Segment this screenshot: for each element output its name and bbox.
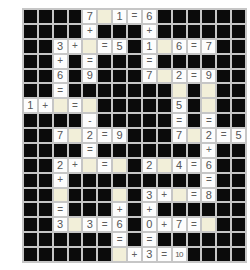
empty-cell-r10c4[interactable] xyxy=(83,159,96,172)
given-cell-r2c10: 6 xyxy=(173,40,186,53)
black-cell-r6c14 xyxy=(232,99,245,112)
black-cell-r14c0 xyxy=(24,218,37,231)
black-cell-r9c8 xyxy=(143,144,156,157)
black-cell-r5c3 xyxy=(69,84,82,97)
black-cell-r14c14 xyxy=(232,218,245,231)
given-cell-r2c5: = xyxy=(98,40,111,53)
black-cell-r16c3 xyxy=(69,248,82,261)
black-cell-r12c13 xyxy=(217,189,230,202)
black-cell-r14c7 xyxy=(128,218,141,231)
given-cell-r10c11: = xyxy=(188,159,201,172)
black-cell-r13c3 xyxy=(69,203,82,216)
black-cell-r9c14 xyxy=(232,144,245,157)
empty-cell-r2c4[interactable] xyxy=(83,40,96,53)
black-cell-r4c14 xyxy=(232,70,245,83)
black-cell-r14c13 xyxy=(217,218,230,231)
given-cell-r8c5: = xyxy=(98,129,111,142)
black-cell-r9c6 xyxy=(113,144,126,157)
black-cell-r8c8 xyxy=(143,129,156,142)
black-cell-r0c11 xyxy=(188,10,201,23)
given-cell-r14c2: 3 xyxy=(54,218,67,231)
black-cell-r9c11 xyxy=(188,144,201,157)
given-cell-r10c2: 2 xyxy=(54,159,67,172)
black-cell-r15c2 xyxy=(54,233,67,246)
given-cell-r16c7: + xyxy=(128,248,141,261)
empty-cell-r2c9[interactable] xyxy=(158,40,171,53)
given-cell-r4c11: = xyxy=(188,70,201,83)
black-cell-r12c7 xyxy=(128,189,141,202)
black-cell-r11c7 xyxy=(128,174,141,187)
empty-cell-r12c2[interactable] xyxy=(54,189,67,202)
black-cell-r16c12 xyxy=(202,248,215,261)
given-cell-r0c8: 6 xyxy=(143,10,156,23)
given-cell-r14c9: + xyxy=(158,218,171,231)
black-cell-r3c1 xyxy=(39,55,52,68)
black-cell-r7c0 xyxy=(24,114,37,127)
black-cell-r0c2 xyxy=(54,10,67,23)
black-cell-r5c7 xyxy=(128,84,141,97)
black-cell-r9c13 xyxy=(217,144,230,157)
given-cell-r2c11: = xyxy=(188,40,201,53)
black-cell-r12c5 xyxy=(98,189,111,202)
black-cell-r13c12 xyxy=(202,203,215,216)
given-cell-r14c4: 3 xyxy=(83,218,96,231)
given-cell-r10c10: 4 xyxy=(173,159,186,172)
black-cell-r11c0 xyxy=(24,174,37,187)
given-cell-r8c6: 9 xyxy=(113,129,126,142)
black-cell-r11c4 xyxy=(83,174,96,187)
black-cell-r12c4 xyxy=(83,189,96,202)
given-cell-r12c9: + xyxy=(158,189,171,202)
black-cell-r6c5 xyxy=(98,99,111,112)
black-cell-r15c1 xyxy=(39,233,52,246)
black-cell-r15c3 xyxy=(69,233,82,246)
black-cell-r15c9 xyxy=(158,233,171,246)
black-cell-r10c7 xyxy=(128,159,141,172)
black-cell-r11c14 xyxy=(232,174,245,187)
black-cell-r15c11 xyxy=(188,233,201,246)
black-cell-r5c11 xyxy=(188,84,201,97)
given-cell-r3c4: = xyxy=(83,55,96,68)
black-cell-r3c3 xyxy=(69,55,82,68)
black-cell-r7c14 xyxy=(232,114,245,127)
black-cell-r15c12 xyxy=(202,233,215,246)
black-cell-r5c0 xyxy=(24,84,37,97)
black-cell-r7c6 xyxy=(113,114,126,127)
black-cell-r16c11 xyxy=(188,248,201,261)
black-cell-r16c2 xyxy=(54,248,67,261)
black-cell-r15c10 xyxy=(173,233,186,246)
black-cell-r14c1 xyxy=(39,218,52,231)
black-cell-r7c5 xyxy=(98,114,111,127)
given-cell-r2c3: + xyxy=(69,40,82,53)
black-cell-r1c13 xyxy=(217,25,230,38)
given-cell-r3c2: + xyxy=(54,55,67,68)
black-cell-r5c6 xyxy=(113,84,126,97)
black-cell-r11c10 xyxy=(173,174,186,187)
black-cell-r13c11 xyxy=(188,203,201,216)
puzzle-page: 71=6++3+=516=7+==6972=9=1+=5-==72=972=5=… xyxy=(0,0,250,270)
black-cell-r7c13 xyxy=(217,114,230,127)
black-cell-r4c13 xyxy=(217,70,230,83)
black-cell-r12c0 xyxy=(24,189,37,202)
black-cell-r0c1 xyxy=(39,10,52,23)
empty-cell-r16c6[interactable] xyxy=(113,248,126,261)
black-cell-r16c0 xyxy=(24,248,37,261)
given-cell-r2c2: 3 xyxy=(54,40,67,53)
black-cell-r8c0 xyxy=(24,129,37,142)
given-cell-r8c10: 7 xyxy=(173,129,186,142)
black-cell-r6c11 xyxy=(188,99,201,112)
puzzle-grid: 71=6++3+=516=7+==6972=9=1+=5-==72=972=5=… xyxy=(22,8,247,263)
given-cell-r9c4: = xyxy=(83,144,96,157)
empty-cell-r14c12[interactable] xyxy=(202,218,215,231)
black-cell-r7c3 xyxy=(69,114,82,127)
black-cell-r4c7 xyxy=(128,70,141,83)
black-cell-r9c5 xyxy=(98,144,111,157)
black-cell-r0c12 xyxy=(202,10,215,23)
black-cell-r3c14 xyxy=(232,55,245,68)
given-cell-r11c12: = xyxy=(202,174,215,187)
given-cell-r12c8: 3 xyxy=(143,189,156,202)
black-cell-r8c9 xyxy=(158,129,171,142)
black-cell-r16c13 xyxy=(217,248,230,261)
given-cell-r16c10: 10 xyxy=(173,248,186,261)
black-cell-r1c10 xyxy=(173,25,186,38)
given-cell-r14c5: = xyxy=(98,218,111,231)
black-cell-r0c3 xyxy=(69,10,82,23)
given-cell-r10c8: 2 xyxy=(143,159,156,172)
black-cell-r4c0 xyxy=(24,70,37,83)
given-cell-r1c4: + xyxy=(83,25,96,38)
black-cell-r10c0 xyxy=(24,159,37,172)
given-cell-r13c6: + xyxy=(113,203,126,216)
black-cell-r8c7 xyxy=(128,129,141,142)
given-cell-r0c7: = xyxy=(128,10,141,23)
black-cell-r3c13 xyxy=(217,55,230,68)
given-cell-r10c12: 6 xyxy=(202,159,215,172)
black-cell-r2c0 xyxy=(24,40,37,53)
given-cell-r9c12: + xyxy=(202,144,215,157)
black-cell-r10c13 xyxy=(217,159,230,172)
black-cell-r5c14 xyxy=(232,84,245,97)
given-cell-r6c0: 1 xyxy=(24,99,37,112)
black-cell-r9c2 xyxy=(54,144,67,157)
empty-cell-r6c12[interactable] xyxy=(202,99,215,112)
empty-cell-r4c9[interactable] xyxy=(158,70,171,83)
black-cell-r5c4 xyxy=(83,84,96,97)
black-cell-r11c5 xyxy=(98,174,111,187)
black-cell-r15c7 xyxy=(128,233,141,246)
given-cell-r13c8: + xyxy=(143,203,156,216)
black-cell-r9c0 xyxy=(24,144,37,157)
black-cell-r2c1 xyxy=(39,40,52,53)
empty-cell-r10c6[interactable] xyxy=(113,159,126,172)
black-cell-r12c3 xyxy=(69,189,82,202)
black-cell-r7c9 xyxy=(158,114,171,127)
black-cell-r6c6 xyxy=(113,99,126,112)
given-cell-r2c8: 1 xyxy=(143,40,156,53)
given-cell-r6c1: + xyxy=(39,99,52,112)
black-cell-r9c9 xyxy=(158,144,171,157)
black-cell-r15c0 xyxy=(24,233,37,246)
given-cell-r16c8: 3 xyxy=(143,248,156,261)
black-cell-r7c7 xyxy=(128,114,141,127)
given-cell-r4c2: 6 xyxy=(54,70,67,83)
given-cell-r15c8: = xyxy=(143,233,156,246)
black-cell-r5c8 xyxy=(143,84,156,97)
given-cell-r14c10: 7 xyxy=(173,218,186,231)
black-cell-r13c4 xyxy=(83,203,96,216)
black-cell-r10c1 xyxy=(39,159,52,172)
given-cell-r14c11: = xyxy=(188,218,201,231)
given-cell-r7c12: = xyxy=(202,114,215,127)
black-cell-r2c7 xyxy=(128,40,141,53)
given-cell-r0c6: 1 xyxy=(113,10,126,23)
empty-cell-r6c2[interactable] xyxy=(54,99,67,112)
black-cell-r13c1 xyxy=(39,203,52,216)
black-cell-r11c6 xyxy=(113,174,126,187)
black-cell-r1c9 xyxy=(158,25,171,38)
black-cell-r15c14 xyxy=(232,233,245,246)
given-cell-r3c8: = xyxy=(143,55,156,68)
black-cell-r16c14 xyxy=(232,248,245,261)
given-cell-r12c11: = xyxy=(188,189,201,202)
black-cell-r5c1 xyxy=(39,84,52,97)
black-cell-r1c11 xyxy=(188,25,201,38)
black-cell-r1c2 xyxy=(54,25,67,38)
black-cell-r10c14 xyxy=(232,159,245,172)
given-cell-r6c3: = xyxy=(69,99,82,112)
black-cell-r1c1 xyxy=(39,25,52,38)
black-cell-r1c0 xyxy=(24,25,37,38)
empty-cell-r10c9[interactable] xyxy=(158,159,171,172)
black-cell-r4c3 xyxy=(69,70,82,83)
given-cell-r5c2: = xyxy=(54,84,67,97)
given-cell-r0c4: 7 xyxy=(83,10,96,23)
black-cell-r5c9 xyxy=(158,84,171,97)
black-cell-r12c14 xyxy=(232,189,245,202)
black-cell-r3c0 xyxy=(24,55,37,68)
black-cell-r12c1 xyxy=(39,189,52,202)
black-cell-r7c11 xyxy=(188,114,201,127)
black-cell-r11c13 xyxy=(217,174,230,187)
empty-cell-r12c6[interactable] xyxy=(113,189,126,202)
empty-cell-r8c11[interactable] xyxy=(188,129,201,142)
given-cell-r14c8: 0 xyxy=(143,218,156,231)
given-cell-r15c6: = xyxy=(113,233,126,246)
given-cell-r8c4: 2 xyxy=(83,129,96,142)
black-cell-r11c1 xyxy=(39,174,52,187)
given-cell-r8c13: = xyxy=(217,129,230,142)
black-cell-r3c5 xyxy=(98,55,111,68)
black-cell-r1c6 xyxy=(113,25,126,38)
given-cell-r7c10: = xyxy=(173,114,186,127)
black-cell-r16c5 xyxy=(98,248,111,261)
black-cell-r15c4 xyxy=(83,233,96,246)
black-cell-r3c6 xyxy=(113,55,126,68)
black-cell-r0c13 xyxy=(217,10,230,23)
black-cell-r3c7 xyxy=(128,55,141,68)
black-cell-r5c13 xyxy=(217,84,230,97)
black-cell-r1c7 xyxy=(128,25,141,38)
empty-cell-r5c12[interactable] xyxy=(202,84,215,97)
given-cell-r2c12: 7 xyxy=(202,40,215,53)
given-cell-r4c8: 7 xyxy=(143,70,156,83)
black-cell-r13c0 xyxy=(24,203,37,216)
empty-cell-r14c3[interactable] xyxy=(69,218,82,231)
black-cell-r9c3 xyxy=(69,144,82,157)
given-cell-r8c14: 5 xyxy=(232,129,245,142)
black-cell-r4c6 xyxy=(113,70,126,83)
black-cell-r7c1 xyxy=(39,114,52,127)
given-cell-r12c12: 8 xyxy=(202,189,215,202)
black-cell-r0c9 xyxy=(158,10,171,23)
given-cell-r10c5: = xyxy=(98,159,111,172)
empty-cell-r8c3[interactable] xyxy=(69,129,82,142)
given-cell-r8c12: 2 xyxy=(202,129,215,142)
black-cell-r16c4 xyxy=(83,248,96,261)
given-cell-r1c8: + xyxy=(143,25,156,38)
black-cell-r13c9 xyxy=(158,203,171,216)
given-cell-r13c2: = xyxy=(54,203,67,216)
given-cell-r16c9: = xyxy=(158,248,171,261)
black-cell-r8c1 xyxy=(39,129,52,142)
given-cell-r4c12: 9 xyxy=(202,70,215,83)
given-cell-r4c4: 9 xyxy=(83,70,96,83)
black-cell-r3c10 xyxy=(173,55,186,68)
black-cell-r0c10 xyxy=(173,10,186,23)
black-cell-r15c5 xyxy=(98,233,111,246)
black-cell-r0c14 xyxy=(232,10,245,23)
black-cell-r13c13 xyxy=(217,203,230,216)
black-cell-r1c5 xyxy=(98,25,111,38)
black-cell-r1c3 xyxy=(69,25,82,38)
black-cell-r9c7 xyxy=(128,144,141,157)
given-cell-r4c10: 2 xyxy=(173,70,186,83)
black-cell-r2c14 xyxy=(232,40,245,53)
black-cell-r5c5 xyxy=(98,84,111,97)
empty-cell-r0c5[interactable] xyxy=(98,10,111,23)
black-cell-r3c12 xyxy=(202,55,215,68)
empty-cell-r12c10[interactable] xyxy=(173,189,186,202)
black-cell-r1c14 xyxy=(232,25,245,38)
given-cell-r7c4: - xyxy=(83,114,96,127)
given-cell-r10c3: + xyxy=(69,159,82,172)
black-cell-r11c8 xyxy=(143,174,156,187)
given-cell-r2c6: 5 xyxy=(113,40,126,53)
black-cell-r4c5 xyxy=(98,70,111,83)
black-cell-r9c1 xyxy=(39,144,52,157)
black-cell-r13c7 xyxy=(128,203,141,216)
black-cell-r1c12 xyxy=(202,25,215,38)
black-cell-r16c1 xyxy=(39,248,52,261)
empty-cell-r6c4[interactable] xyxy=(83,99,96,112)
black-cell-r0c0 xyxy=(24,10,37,23)
black-cell-r3c11 xyxy=(188,55,201,68)
black-cell-r11c3 xyxy=(69,174,82,187)
black-cell-r7c8 xyxy=(143,114,156,127)
black-cell-r3c9 xyxy=(158,55,171,68)
black-cell-r13c10 xyxy=(173,203,186,216)
black-cell-r9c10 xyxy=(173,144,186,157)
black-cell-r6c13 xyxy=(217,99,230,112)
black-cell-r6c8 xyxy=(143,99,156,112)
black-cell-r6c7 xyxy=(128,99,141,112)
black-cell-r11c9 xyxy=(158,174,171,187)
black-cell-r11c11 xyxy=(188,174,201,187)
black-cell-r15c13 xyxy=(217,233,230,246)
black-cell-r7c2 xyxy=(54,114,67,127)
given-cell-r6c10: 5 xyxy=(173,99,186,112)
black-cell-r13c14 xyxy=(232,203,245,216)
black-cell-r2c13 xyxy=(217,40,230,53)
black-cell-r13c5 xyxy=(98,203,111,216)
given-cell-r8c2: 7 xyxy=(54,129,67,142)
black-cell-r4c1 xyxy=(39,70,52,83)
given-cell-r11c2: + xyxy=(54,174,67,187)
given-cell-r14c6: 6 xyxy=(113,218,126,231)
black-cell-r6c9 xyxy=(158,99,171,112)
empty-cell-r5c10[interactable] xyxy=(173,84,186,97)
